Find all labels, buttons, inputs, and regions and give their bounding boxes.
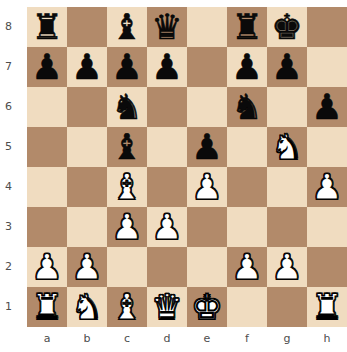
square-h8[interactable]	[307, 7, 347, 47]
square-c2[interactable]	[107, 247, 147, 287]
square-f8[interactable]: ♜	[227, 7, 267, 47]
black-pawn[interactable]: ♟	[311, 87, 342, 127]
white-pawn[interactable]: ♟	[191, 167, 222, 207]
square-f3[interactable]	[227, 207, 267, 247]
black-rook[interactable]: ♜	[31, 7, 62, 47]
square-a7[interactable]: ♟	[27, 47, 67, 87]
rank-label-4: 4	[0, 167, 17, 207]
rank-label-3: 3	[0, 207, 17, 247]
square-f7[interactable]: ♟	[227, 47, 267, 87]
square-h2[interactable]	[307, 247, 347, 287]
black-pawn[interactable]: ♟	[271, 47, 302, 87]
square-e5[interactable]: ♟	[187, 127, 227, 167]
square-b4[interactable]	[67, 167, 107, 207]
square-g6[interactable]	[267, 87, 307, 127]
black-knight[interactable]: ♞	[231, 87, 262, 127]
file-label-d: d	[147, 327, 187, 352]
square-b3[interactable]	[67, 207, 107, 247]
black-king[interactable]: ♚	[271, 7, 302, 47]
square-d8[interactable]: ♛	[147, 7, 187, 47]
white-pawn[interactable]: ♟	[271, 247, 302, 287]
square-f1[interactable]	[227, 287, 267, 327]
white-bishop[interactable]: ♝	[111, 167, 142, 207]
white-knight[interactable]: ♞	[271, 127, 302, 167]
file-label-c: c	[107, 327, 147, 352]
black-bishop[interactable]: ♝	[111, 7, 142, 47]
black-pawn[interactable]: ♟	[111, 47, 142, 87]
square-a8[interactable]: ♜	[27, 7, 67, 47]
white-rook[interactable]: ♜	[311, 287, 342, 327]
rank-label-1: 1	[0, 287, 17, 327]
black-knight[interactable]: ♞	[111, 87, 142, 127]
black-pawn[interactable]: ♟	[191, 127, 222, 167]
square-g7[interactable]: ♟	[267, 47, 307, 87]
square-g2[interactable]: ♟	[267, 247, 307, 287]
rank-label-6: 6	[0, 87, 17, 127]
square-c6[interactable]: ♞	[107, 87, 147, 127]
square-b6[interactable]	[67, 87, 107, 127]
square-c7[interactable]: ♟	[107, 47, 147, 87]
square-g3[interactable]	[267, 207, 307, 247]
white-pawn[interactable]: ♟	[31, 247, 62, 287]
file-label-f: f	[227, 327, 267, 352]
square-h3[interactable]	[307, 207, 347, 247]
square-e2[interactable]	[187, 247, 227, 287]
square-d2[interactable]	[147, 247, 187, 287]
square-c8[interactable]: ♝	[107, 7, 147, 47]
square-c5[interactable]: ♝	[107, 127, 147, 167]
square-d4[interactable]	[147, 167, 187, 207]
rank-label-5: 5	[0, 127, 17, 167]
chess-board-panel: ♜♝♛♜♚♟♟♟♟♟♟♞♞♟♝♟♞♝♟♟♟♟♟♟♟♟♜♞♝♛♚♜ 8765432…	[0, 0, 347, 352]
rank-label-7: 7	[0, 47, 17, 87]
square-e1[interactable]: ♚	[187, 287, 227, 327]
square-h7[interactable]	[307, 47, 347, 87]
square-c3[interactable]: ♟	[107, 207, 147, 247]
chess-board: ♜♝♛♜♚♟♟♟♟♟♟♞♞♟♝♟♞♝♟♟♟♟♟♟♟♟♜♞♝♛♚♜	[27, 7, 347, 327]
black-rook[interactable]: ♜	[231, 7, 262, 47]
white-bishop[interactable]: ♝	[111, 287, 142, 327]
square-h4[interactable]: ♟	[307, 167, 347, 207]
white-pawn[interactable]: ♟	[111, 207, 142, 247]
square-e7[interactable]	[187, 47, 227, 87]
square-a1[interactable]: ♜	[27, 287, 67, 327]
square-f4[interactable]	[227, 167, 267, 207]
file-label-e: e	[187, 327, 227, 352]
white-queen[interactable]: ♛	[151, 287, 182, 327]
black-pawn[interactable]: ♟	[71, 47, 102, 87]
square-d7[interactable]: ♟	[147, 47, 187, 87]
square-b1[interactable]: ♞	[67, 287, 107, 327]
square-h6[interactable]: ♟	[307, 87, 347, 127]
square-d3[interactable]: ♟	[147, 207, 187, 247]
square-b2[interactable]: ♟	[67, 247, 107, 287]
black-pawn[interactable]: ♟	[151, 47, 182, 87]
square-f5[interactable]	[227, 127, 267, 167]
square-g1[interactable]	[267, 287, 307, 327]
square-f6[interactable]: ♞	[227, 87, 267, 127]
square-d5[interactable]	[147, 127, 187, 167]
square-a6[interactable]	[27, 87, 67, 127]
white-pawn[interactable]: ♟	[311, 167, 342, 207]
square-e3[interactable]	[187, 207, 227, 247]
square-e8[interactable]	[187, 7, 227, 47]
square-d1[interactable]: ♛	[147, 287, 187, 327]
white-knight[interactable]: ♞	[71, 287, 102, 327]
rank-label-2: 2	[0, 247, 17, 287]
white-pawn[interactable]: ♟	[71, 247, 102, 287]
square-h1[interactable]: ♜	[307, 287, 347, 327]
square-c1[interactable]: ♝	[107, 287, 147, 327]
square-a4[interactable]	[27, 167, 67, 207]
file-label-g: g	[267, 327, 307, 352]
square-b5[interactable]	[67, 127, 107, 167]
square-g4[interactable]	[267, 167, 307, 207]
square-f2[interactable]: ♟	[227, 247, 267, 287]
square-a3[interactable]	[27, 207, 67, 247]
black-queen[interactable]: ♛	[151, 7, 182, 47]
file-label-h: h	[307, 327, 347, 352]
file-label-b: b	[67, 327, 107, 352]
rank-label-8: 8	[0, 7, 17, 47]
square-c4[interactable]: ♝	[107, 167, 147, 207]
square-e6[interactable]	[187, 87, 227, 127]
file-label-a: a	[27, 327, 67, 352]
square-a5[interactable]	[27, 127, 67, 167]
square-g5[interactable]: ♞	[267, 127, 307, 167]
white-king[interactable]: ♚	[191, 287, 222, 327]
black-pawn[interactable]: ♟	[231, 47, 262, 87]
black-pawn[interactable]: ♟	[31, 47, 62, 87]
square-b7[interactable]: ♟	[67, 47, 107, 87]
square-d6[interactable]	[147, 87, 187, 127]
black-bishop[interactable]: ♝	[111, 127, 142, 167]
white-rook[interactable]: ♜	[31, 287, 62, 327]
square-b8[interactable]	[67, 7, 107, 47]
white-pawn[interactable]: ♟	[151, 207, 182, 247]
square-a2[interactable]: ♟	[27, 247, 67, 287]
square-h5[interactable]	[307, 127, 347, 167]
square-e4[interactable]: ♟	[187, 167, 227, 207]
square-g8[interactable]: ♚	[267, 7, 307, 47]
white-pawn[interactable]: ♟	[231, 247, 262, 287]
